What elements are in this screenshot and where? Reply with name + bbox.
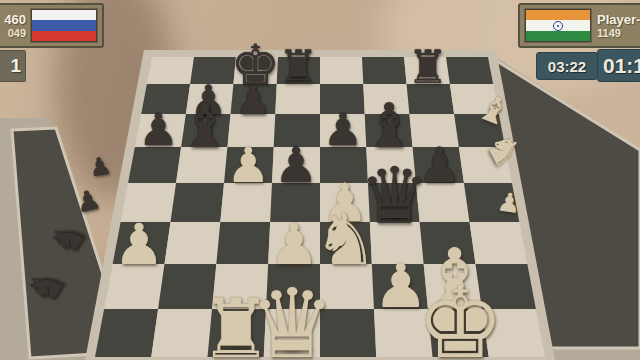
flag-stripe-green <box>526 31 590 41</box>
square-b3[interactable] <box>165 222 221 264</box>
piece-white-knight[interactable]: ♞ <box>314 204 378 275</box>
piece-black-bishop[interactable]: ♝ <box>177 96 232 157</box>
piece-black-pawn[interactable]: ♟ <box>235 79 271 120</box>
flag-stripe-blue <box>32 20 96 30</box>
right-player-name: Player-7 <box>597 12 640 27</box>
ashoka-chakra-icon <box>553 21 563 31</box>
piece-white-pawn[interactable]: ♟ <box>114 215 165 272</box>
right-secondary-timer: 03:22 <box>536 52 598 80</box>
russia-flag-icon <box>31 9 97 42</box>
piece-white-queen[interactable]: ♛ <box>249 276 335 360</box>
piece-white-king[interactable]: ♚ <box>416 274 504 360</box>
square-c3[interactable] <box>216 222 270 264</box>
piece-black-rook[interactable]: ♜ <box>407 45 448 91</box>
piece-black-pawn[interactable]: ♟ <box>274 141 318 190</box>
square-e8[interactable] <box>320 57 363 84</box>
piece-black-pawn[interactable]: ♟ <box>73 185 102 216</box>
piece-white-pawn[interactable]: ♟ <box>269 215 320 272</box>
right-main-timer: 01:1 <box>597 49 640 82</box>
player-panel-left: 460 049 <box>0 3 104 48</box>
piece-black-pawn[interactable]: ♟ <box>87 153 112 180</box>
piece-black-rook[interactable]: ♜ <box>278 45 319 91</box>
left-player-rating: 049 <box>8 27 26 39</box>
left-player-name: 460 <box>4 12 26 27</box>
left-timer-badge: 1 <box>0 50 26 82</box>
square-a1[interactable] <box>95 309 158 357</box>
right-player-rating: 1149 <box>597 27 621 39</box>
square-a8[interactable] <box>147 57 194 84</box>
piece-white-pawn[interactable]: ♟ <box>226 141 270 190</box>
square-h8[interactable] <box>446 57 493 84</box>
square-b4[interactable] <box>170 183 224 222</box>
piece-black-bishop[interactable]: ♝ <box>362 96 417 157</box>
player-panel-right: Player-7 1149 <box>518 3 640 48</box>
flag-stripe-white <box>32 10 96 20</box>
piece-black-pawn[interactable]: ♟ <box>139 109 179 154</box>
india-flag-icon <box>525 9 591 42</box>
square-f8[interactable] <box>362 57 407 84</box>
flag-stripe-red <box>32 31 96 41</box>
flag-stripe-saffron <box>526 10 590 20</box>
piece-black-pawn[interactable]: ♟ <box>323 109 363 154</box>
piece-white-pawn[interactable]: ♟ <box>496 188 523 217</box>
